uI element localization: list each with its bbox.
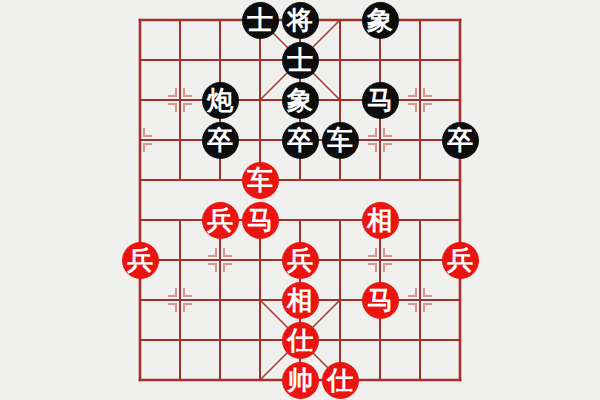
point-b4	[160, 240, 200, 280]
point-h9	[400, 40, 440, 80]
point-f10	[320, 0, 360, 40]
point-d1	[240, 360, 280, 400]
point-b7	[160, 120, 200, 160]
point-e4: 兵	[280, 240, 320, 280]
point-g2	[360, 320, 400, 360]
point-g8: 马	[360, 80, 400, 120]
point-e1: 帅	[280, 360, 320, 400]
point-d7	[240, 120, 280, 160]
black-soldier[interactable]: 卒	[442, 122, 479, 159]
point-h5	[400, 200, 440, 240]
point-b1	[160, 360, 200, 400]
point-c2	[200, 320, 240, 360]
point-e5	[280, 200, 320, 240]
point-d10: 士	[240, 0, 280, 40]
point-c10	[200, 0, 240, 40]
point-d5: 马	[240, 200, 280, 240]
point-d8	[240, 80, 280, 120]
point-f7: 车	[320, 120, 360, 160]
point-a3	[120, 280, 160, 320]
point-i6	[440, 160, 480, 200]
point-e3: 相	[280, 280, 320, 320]
point-f1: 仕	[320, 360, 360, 400]
point-c5: 兵	[200, 200, 240, 240]
point-a10	[120, 0, 160, 40]
black-horse[interactable]: 马	[362, 82, 399, 119]
point-a4: 兵	[120, 240, 160, 280]
red-chariot[interactable]: 车	[242, 162, 279, 199]
point-g4	[360, 240, 400, 280]
point-a1	[120, 360, 160, 400]
point-g10: 象	[360, 0, 400, 40]
point-i1	[440, 360, 480, 400]
point-e2: 仕	[280, 320, 320, 360]
point-g9	[360, 40, 400, 80]
point-g3: 马	[360, 280, 400, 320]
red-elephant[interactable]: 相	[282, 282, 319, 319]
point-f3	[320, 280, 360, 320]
red-advisor[interactable]: 仕	[322, 362, 359, 399]
point-c7: 卒	[200, 120, 240, 160]
red-soldier[interactable]: 兵	[122, 242, 159, 279]
point-c4	[200, 240, 240, 280]
point-h2	[400, 320, 440, 360]
point-e9: 士	[280, 40, 320, 80]
black-advisor[interactable]: 士	[282, 42, 319, 79]
point-d4	[240, 240, 280, 280]
point-b3	[160, 280, 200, 320]
point-a2	[120, 320, 160, 360]
black-advisor[interactable]: 士	[242, 2, 279, 39]
point-f4	[320, 240, 360, 280]
point-c8: 炮	[200, 80, 240, 120]
black-elephant[interactable]: 象	[362, 2, 399, 39]
point-e7: 卒	[280, 120, 320, 160]
point-d9	[240, 40, 280, 80]
point-i10	[440, 0, 480, 40]
red-elephant[interactable]: 相	[362, 202, 399, 239]
point-b10	[160, 0, 200, 40]
point-a7	[120, 120, 160, 160]
point-c3	[200, 280, 240, 320]
point-c9	[200, 40, 240, 80]
point-i4: 兵	[440, 240, 480, 280]
point-h3	[400, 280, 440, 320]
black-general[interactable]: 将	[282, 2, 319, 39]
point-e8: 象	[280, 80, 320, 120]
black-chariot[interactable]: 车	[322, 122, 359, 159]
red-soldier[interactable]: 兵	[282, 242, 319, 279]
point-b5	[160, 200, 200, 240]
point-h6	[400, 160, 440, 200]
red-soldier[interactable]: 兵	[202, 202, 239, 239]
black-soldier[interactable]: 卒	[202, 122, 239, 159]
point-i8	[440, 80, 480, 120]
point-h1	[400, 360, 440, 400]
point-i2	[440, 320, 480, 360]
point-g7	[360, 120, 400, 160]
point-g6	[360, 160, 400, 200]
screen: 士将象士炮象马卒卒车卒车兵马相兵兵兵相马仕帅仕	[0, 0, 600, 400]
black-cannon[interactable]: 炮	[202, 82, 239, 119]
point-a5	[120, 200, 160, 240]
red-general[interactable]: 帅	[282, 362, 319, 399]
red-advisor[interactable]: 仕	[282, 322, 319, 359]
red-horse[interactable]: 马	[362, 282, 399, 319]
point-f2	[320, 320, 360, 360]
point-i7: 卒	[440, 120, 480, 160]
point-b6	[160, 160, 200, 200]
point-a9	[120, 40, 160, 80]
point-g1	[360, 360, 400, 400]
point-d6: 车	[240, 160, 280, 200]
point-h10	[400, 0, 440, 40]
point-h4	[400, 240, 440, 280]
point-f6	[320, 160, 360, 200]
point-b2	[160, 320, 200, 360]
point-b9	[160, 40, 200, 80]
black-elephant[interactable]: 象	[282, 82, 319, 119]
point-i5	[440, 200, 480, 240]
xiangqi-board: 士将象士炮象马卒卒车卒车兵马相兵兵兵相马仕帅仕	[140, 20, 460, 380]
point-f9	[320, 40, 360, 80]
point-h8	[400, 80, 440, 120]
point-a6	[120, 160, 160, 200]
point-c6	[200, 160, 240, 200]
red-horse[interactable]: 马	[242, 202, 279, 239]
point-i9	[440, 40, 480, 80]
point-f5	[320, 200, 360, 240]
black-soldier[interactable]: 卒	[282, 122, 319, 159]
point-e6	[280, 160, 320, 200]
point-b8	[160, 80, 200, 120]
point-e10: 将	[280, 0, 320, 40]
point-a8	[120, 80, 160, 120]
point-d3	[240, 280, 280, 320]
red-soldier[interactable]: 兵	[442, 242, 479, 279]
point-g5: 相	[360, 200, 400, 240]
point-f8	[320, 80, 360, 120]
point-h7	[400, 120, 440, 160]
point-c1	[200, 360, 240, 400]
point-i3	[440, 280, 480, 320]
point-d2	[240, 320, 280, 360]
intersection-grid: 士将象士炮象马卒卒车卒车兵马相兵兵兵相马仕帅仕	[120, 0, 480, 400]
